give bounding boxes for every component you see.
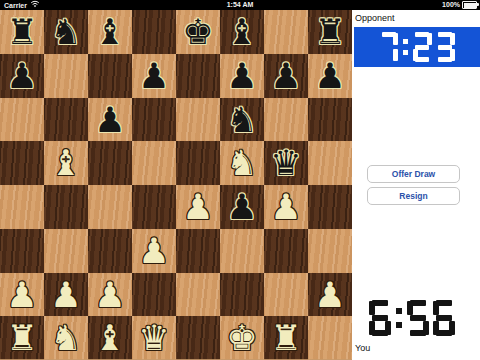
- square-d4[interactable]: [132, 185, 176, 229]
- offer-draw-button[interactable]: Offer Draw: [367, 165, 460, 183]
- piece-white-knight: ♞: [44, 316, 88, 360]
- piece-black-knight: ♞: [44, 10, 88, 54]
- square-g7[interactable]: ♟: [264, 54, 308, 98]
- clock-digit-5: [407, 300, 429, 336]
- piece-white-king: ♚: [220, 316, 264, 360]
- battery-icon: [462, 1, 477, 9]
- clock-digit-6: [369, 300, 391, 336]
- battery-percent-label: 100%: [442, 0, 460, 10]
- square-e1[interactable]: [176, 316, 220, 360]
- square-e4[interactable]: ♟: [176, 185, 220, 229]
- square-a3[interactable]: [0, 229, 44, 273]
- player-clock: [352, 298, 472, 338]
- square-c2[interactable]: ♟: [88, 273, 132, 317]
- square-f4[interactable]: ♟: [220, 185, 264, 229]
- square-b8[interactable]: ♞: [44, 10, 88, 54]
- piece-black-bishop: ♝: [220, 10, 264, 54]
- square-a1[interactable]: ♜: [0, 316, 44, 360]
- square-a6[interactable]: [0, 98, 44, 142]
- square-h4[interactable]: [308, 185, 352, 229]
- piece-black-bishop: ♝: [88, 10, 132, 54]
- clock-colon: [395, 300, 403, 336]
- square-c6[interactable]: ♟: [88, 98, 132, 142]
- resign-button[interactable]: Resign: [367, 187, 460, 205]
- square-f7[interactable]: ♟: [220, 54, 264, 98]
- square-b7[interactable]: [44, 54, 88, 98]
- square-d2[interactable]: [132, 273, 176, 317]
- status-time: 1:54 AM: [0, 0, 480, 10]
- piece-white-bishop: ♝: [44, 141, 88, 185]
- piece-white-pawn: ♟: [132, 229, 176, 273]
- square-h5[interactable]: [308, 141, 352, 185]
- piece-white-knight: ♞: [220, 141, 264, 185]
- piece-white-pawn: ♟: [44, 273, 88, 317]
- square-b5[interactable]: ♝: [44, 141, 88, 185]
- square-e5[interactable]: [176, 141, 220, 185]
- piece-white-pawn: ♟: [264, 185, 308, 229]
- square-f3[interactable]: [220, 229, 264, 273]
- clock-digit-6: [433, 300, 455, 336]
- square-c5[interactable]: [88, 141, 132, 185]
- square-b2[interactable]: ♟: [44, 273, 88, 317]
- piece-white-pawn: ♟: [308, 273, 352, 317]
- square-c8[interactable]: ♝: [88, 10, 132, 54]
- square-g1[interactable]: ♜: [264, 316, 308, 360]
- square-g6[interactable]: [264, 98, 308, 142]
- square-f8[interactable]: ♝: [220, 10, 264, 54]
- square-e2[interactable]: [176, 273, 220, 317]
- square-h2[interactable]: ♟: [308, 273, 352, 317]
- square-c1[interactable]: ♝: [88, 316, 132, 360]
- piece-black-rook: ♜: [308, 10, 352, 54]
- piece-black-pawn: ♟: [264, 54, 308, 98]
- piece-black-knight: ♞: [220, 98, 264, 142]
- square-h7[interactable]: ♟: [308, 54, 352, 98]
- square-e6[interactable]: [176, 98, 220, 142]
- clock-colon: [402, 32, 409, 62]
- opponent-label: Opponent: [355, 13, 395, 23]
- square-f1[interactable]: ♚: [220, 316, 264, 360]
- square-a7[interactable]: ♟: [0, 54, 44, 98]
- piece-white-pawn: ♟: [88, 273, 132, 317]
- piece-black-pawn: ♟: [0, 54, 44, 98]
- piece-black-pawn: ♟: [308, 54, 352, 98]
- piece-black-pawn: ♟: [220, 185, 264, 229]
- piece-black-pawn: ♟: [132, 54, 176, 98]
- square-f6[interactable]: ♞: [220, 98, 264, 142]
- player-label: You: [355, 343, 370, 353]
- piece-white-pawn: ♟: [176, 185, 220, 229]
- chess-board: ♜♞♝♚♝♜♟♟♟♟♟♟♞♝♞♛♟♟♟♟♟♟♟♟♜♞♝♛♚♜: [0, 10, 352, 360]
- square-h8[interactable]: ♜: [308, 10, 352, 54]
- square-c3[interactable]: [88, 229, 132, 273]
- square-e8[interactable]: ♚: [176, 10, 220, 54]
- square-c4[interactable]: [88, 185, 132, 229]
- square-a4[interactable]: [0, 185, 44, 229]
- clock-digit-3: [436, 32, 455, 62]
- square-g2[interactable]: [264, 273, 308, 317]
- square-b3[interactable]: [44, 229, 88, 273]
- square-f5[interactable]: ♞: [220, 141, 264, 185]
- square-d1[interactable]: ♛: [132, 316, 176, 360]
- piece-black-king: ♚: [176, 10, 220, 54]
- opponent-clock: [354, 27, 480, 67]
- square-h3[interactable]: [308, 229, 352, 273]
- square-g3[interactable]: [264, 229, 308, 273]
- square-a5[interactable]: [0, 141, 44, 185]
- piece-black-pawn: ♟: [220, 54, 264, 98]
- square-c7[interactable]: [88, 54, 132, 98]
- piece-black-pawn: ♟: [88, 98, 132, 142]
- clock-digit-2: [413, 32, 432, 62]
- square-d7[interactable]: ♟: [132, 54, 176, 98]
- game-sidebar: Opponent Offer Draw Resign You: [352, 10, 480, 360]
- status-bar: Carrier 1:54 AM 100%: [0, 0, 480, 10]
- square-g8[interactable]: [264, 10, 308, 54]
- square-b4[interactable]: [44, 185, 88, 229]
- square-a8[interactable]: ♜: [0, 10, 44, 54]
- square-h6[interactable]: [308, 98, 352, 142]
- clock-digit-7: [379, 32, 398, 62]
- piece-white-rook: ♜: [264, 316, 308, 360]
- square-b1[interactable]: ♞: [44, 316, 88, 360]
- square-b6[interactable]: [44, 98, 88, 142]
- piece-white-pawn: ♟: [0, 273, 44, 317]
- square-d3[interactable]: ♟: [132, 229, 176, 273]
- square-d8[interactable]: [132, 10, 176, 54]
- piece-white-queen: ♛: [132, 316, 176, 360]
- square-g5[interactable]: ♛: [264, 141, 308, 185]
- piece-white-rook: ♜: [0, 316, 44, 360]
- square-e3[interactable]: [176, 229, 220, 273]
- piece-white-bishop: ♝: [88, 316, 132, 360]
- square-f2[interactable]: [220, 273, 264, 317]
- square-g4[interactable]: ♟: [264, 185, 308, 229]
- square-d6[interactable]: [132, 98, 176, 142]
- square-e7[interactable]: [176, 54, 220, 98]
- square-h1[interactable]: [308, 316, 352, 360]
- piece-black-queen: ♛: [264, 141, 308, 185]
- piece-black-rook: ♜: [0, 10, 44, 54]
- square-d5[interactable]: [132, 141, 176, 185]
- square-a2[interactable]: ♟: [0, 273, 44, 317]
